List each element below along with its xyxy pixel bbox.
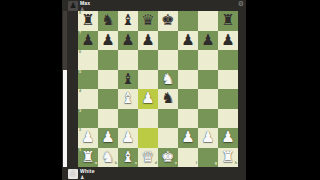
file-label-d: d (155, 162, 157, 166)
file-label-g: g (215, 162, 217, 166)
square-d2[interactable] (138, 128, 158, 148)
square-a6[interactable]: 6 (78, 50, 98, 70)
settings-gear-icon[interactable]: ⚙ (238, 0, 244, 9)
square-c2[interactable]: ♟ (118, 128, 138, 148)
square-b7[interactable]: ♟ (98, 31, 118, 51)
square-f1[interactable]: f (178, 148, 198, 168)
square-h7[interactable]: ♟ (218, 31, 238, 51)
square-d1[interactable]: d♛ (138, 148, 158, 168)
square-c6[interactable] (118, 50, 138, 70)
square-b4[interactable] (98, 89, 118, 109)
square-d3[interactable] (138, 109, 158, 129)
rank-label-1: 1 (79, 149, 81, 153)
square-h1[interactable]: h♜ (218, 148, 238, 168)
piece-white-pawn: ♟ (218, 128, 238, 148)
piece-white-pawn: ♟ (178, 128, 198, 148)
square-c4[interactable]: ♝ (118, 89, 138, 109)
square-f6[interactable] (178, 50, 198, 70)
square-b2[interactable]: ♟ (98, 128, 118, 148)
bottom-player-bar: ♙ White ♟ (68, 169, 95, 180)
square-a1[interactable]: 1a♜ (78, 148, 98, 168)
square-g1[interactable]: g (198, 148, 218, 168)
piece-white-rook: ♜ (218, 148, 238, 168)
square-e4[interactable]: ♞ (158, 89, 178, 109)
square-a7[interactable]: 7♟ (78, 31, 98, 51)
square-e3[interactable] (158, 109, 178, 129)
piece-white-pawn: ♟ (118, 128, 138, 148)
file-label-h: h (235, 162, 237, 166)
square-f2[interactable]: ♟ (178, 128, 198, 148)
piece-white-queen: ♛ (138, 148, 158, 168)
top-player-bar: ♟ Max ♙ (68, 1, 90, 12)
piece-black-knight: ♞ (158, 89, 178, 109)
chess-board: 8♜♞♝♛♚♜7♟♟♟♟♟♟♟65♝♞4♝♟♞32♟♟♟♟♟♟1a♜b♞c♝d♛… (78, 11, 238, 167)
square-g2[interactable]: ♟ (198, 128, 218, 148)
piece-black-pawn: ♟ (218, 31, 238, 51)
file-label-a: a (95, 162, 97, 166)
square-g8[interactable] (198, 11, 218, 31)
square-d4[interactable]: ♟ (138, 89, 158, 109)
file-label-f: f (196, 162, 197, 166)
square-d6[interactable] (138, 50, 158, 70)
piece-black-queen: ♛ (138, 11, 158, 31)
piece-white-bishop: ♝ (118, 148, 138, 168)
rank-label-4: 4 (79, 90, 81, 94)
square-g7[interactable]: ♟ (198, 31, 218, 51)
piece-black-rook: ♜ (78, 11, 98, 31)
piece-black-rook: ♜ (218, 11, 238, 31)
piece-black-pawn: ♟ (198, 31, 218, 51)
square-b3[interactable] (98, 109, 118, 129)
bottom-player-captured-pieces: ♟ (80, 175, 95, 180)
file-label-c: c (135, 162, 137, 166)
file-label-e: e (175, 162, 177, 166)
square-a5[interactable]: 5 (78, 70, 98, 90)
piece-black-bishop: ♝ (118, 11, 138, 31)
square-a2[interactable]: 2♟ (78, 128, 98, 148)
piece-black-knight: ♞ (98, 11, 118, 31)
rank-label-2: 2 (79, 129, 81, 133)
evaluation-bar (63, 11, 67, 167)
square-c1[interactable]: c♝ (118, 148, 138, 168)
square-a3[interactable]: 3 (78, 109, 98, 129)
square-b6[interactable] (98, 50, 118, 70)
square-h5[interactable] (218, 70, 238, 90)
rank-label-8: 8 (79, 12, 81, 16)
evaluation-bar-white-portion (63, 70, 67, 167)
square-a4[interactable]: 4 (78, 89, 98, 109)
piece-white-pawn: ♟ (98, 128, 118, 148)
piece-white-knight: ♞ (158, 70, 178, 90)
square-c8[interactable]: ♝ (118, 11, 138, 31)
rank-label-5: 5 (79, 71, 81, 75)
square-g4[interactable] (198, 89, 218, 109)
square-a8[interactable]: 8♜ (78, 11, 98, 31)
square-g6[interactable] (198, 50, 218, 70)
piece-black-king: ♚ (158, 11, 178, 31)
piece-white-bishop: ♝ (118, 89, 138, 109)
top-player-name: Max (80, 1, 90, 6)
square-e5[interactable]: ♞ (158, 70, 178, 90)
file-label-b: b (115, 162, 117, 166)
square-b5[interactable] (98, 70, 118, 90)
rank-label-3: 3 (79, 110, 81, 114)
piece-black-pawn: ♟ (98, 31, 118, 51)
square-e6[interactable] (158, 50, 178, 70)
square-h8[interactable]: ♜ (218, 11, 238, 31)
square-e2[interactable] (158, 128, 178, 148)
video-frame: ♟ Max ♙ ⚙ 8♜♞♝♛♚♜7♟♟♟♟♟♟♟65♝♞4♝♟♞32♟♟♟♟♟… (0, 0, 320, 180)
square-b8[interactable]: ♞ (98, 11, 118, 31)
rank-label-6: 6 (79, 51, 81, 55)
bottom-player-avatar[interactable]: ♙ (68, 169, 78, 179)
piece-white-pawn: ♟ (78, 128, 98, 148)
square-c7[interactable]: ♟ (118, 31, 138, 51)
white-pawn-avatar-icon: ♙ (69, 169, 76, 179)
square-e7[interactable] (158, 31, 178, 51)
square-d5[interactable] (138, 70, 158, 90)
square-f5[interactable] (178, 70, 198, 90)
chess-app-panel: ♟ Max ♙ ⚙ 8♜♞♝♛♚♜7♟♟♟♟♟♟♟65♝♞4♝♟♞32♟♟♟♟♟… (62, 0, 246, 180)
piece-white-knight: ♞ (98, 148, 118, 168)
square-f8[interactable] (178, 11, 198, 31)
piece-black-bishop: ♝ (118, 70, 138, 90)
piece-white-king: ♚ (158, 148, 178, 168)
square-b1[interactable]: b♞ (98, 148, 118, 168)
square-g5[interactable] (198, 70, 218, 90)
square-f4[interactable] (178, 89, 198, 109)
square-e8[interactable]: ♚ (158, 11, 178, 31)
top-player-avatar[interactable]: ♟ (68, 1, 78, 11)
square-h2[interactable]: ♟ (218, 128, 238, 148)
piece-white-pawn: ♟ (198, 128, 218, 148)
square-c5[interactable]: ♝ (118, 70, 138, 90)
square-h4[interactable] (218, 89, 238, 109)
square-g3[interactable] (198, 109, 218, 129)
square-d8[interactable]: ♛ (138, 11, 158, 31)
piece-white-pawn: ♟ (138, 89, 158, 109)
piece-black-pawn: ♟ (138, 31, 158, 51)
black-pawn-avatar-icon: ♟ (69, 1, 76, 11)
square-h3[interactable] (218, 109, 238, 129)
rank-label-7: 7 (79, 32, 81, 36)
square-f3[interactable] (178, 109, 198, 129)
square-e1[interactable]: e♚ (158, 148, 178, 168)
piece-black-pawn: ♟ (118, 31, 138, 51)
piece-black-pawn: ♟ (178, 31, 198, 51)
square-d7[interactable]: ♟ (138, 31, 158, 51)
piece-white-rook: ♜ (78, 148, 98, 168)
square-c3[interactable] (118, 109, 138, 129)
piece-black-pawn: ♟ (78, 31, 98, 51)
square-f7[interactable]: ♟ (178, 31, 198, 51)
square-h6[interactable] (218, 50, 238, 70)
